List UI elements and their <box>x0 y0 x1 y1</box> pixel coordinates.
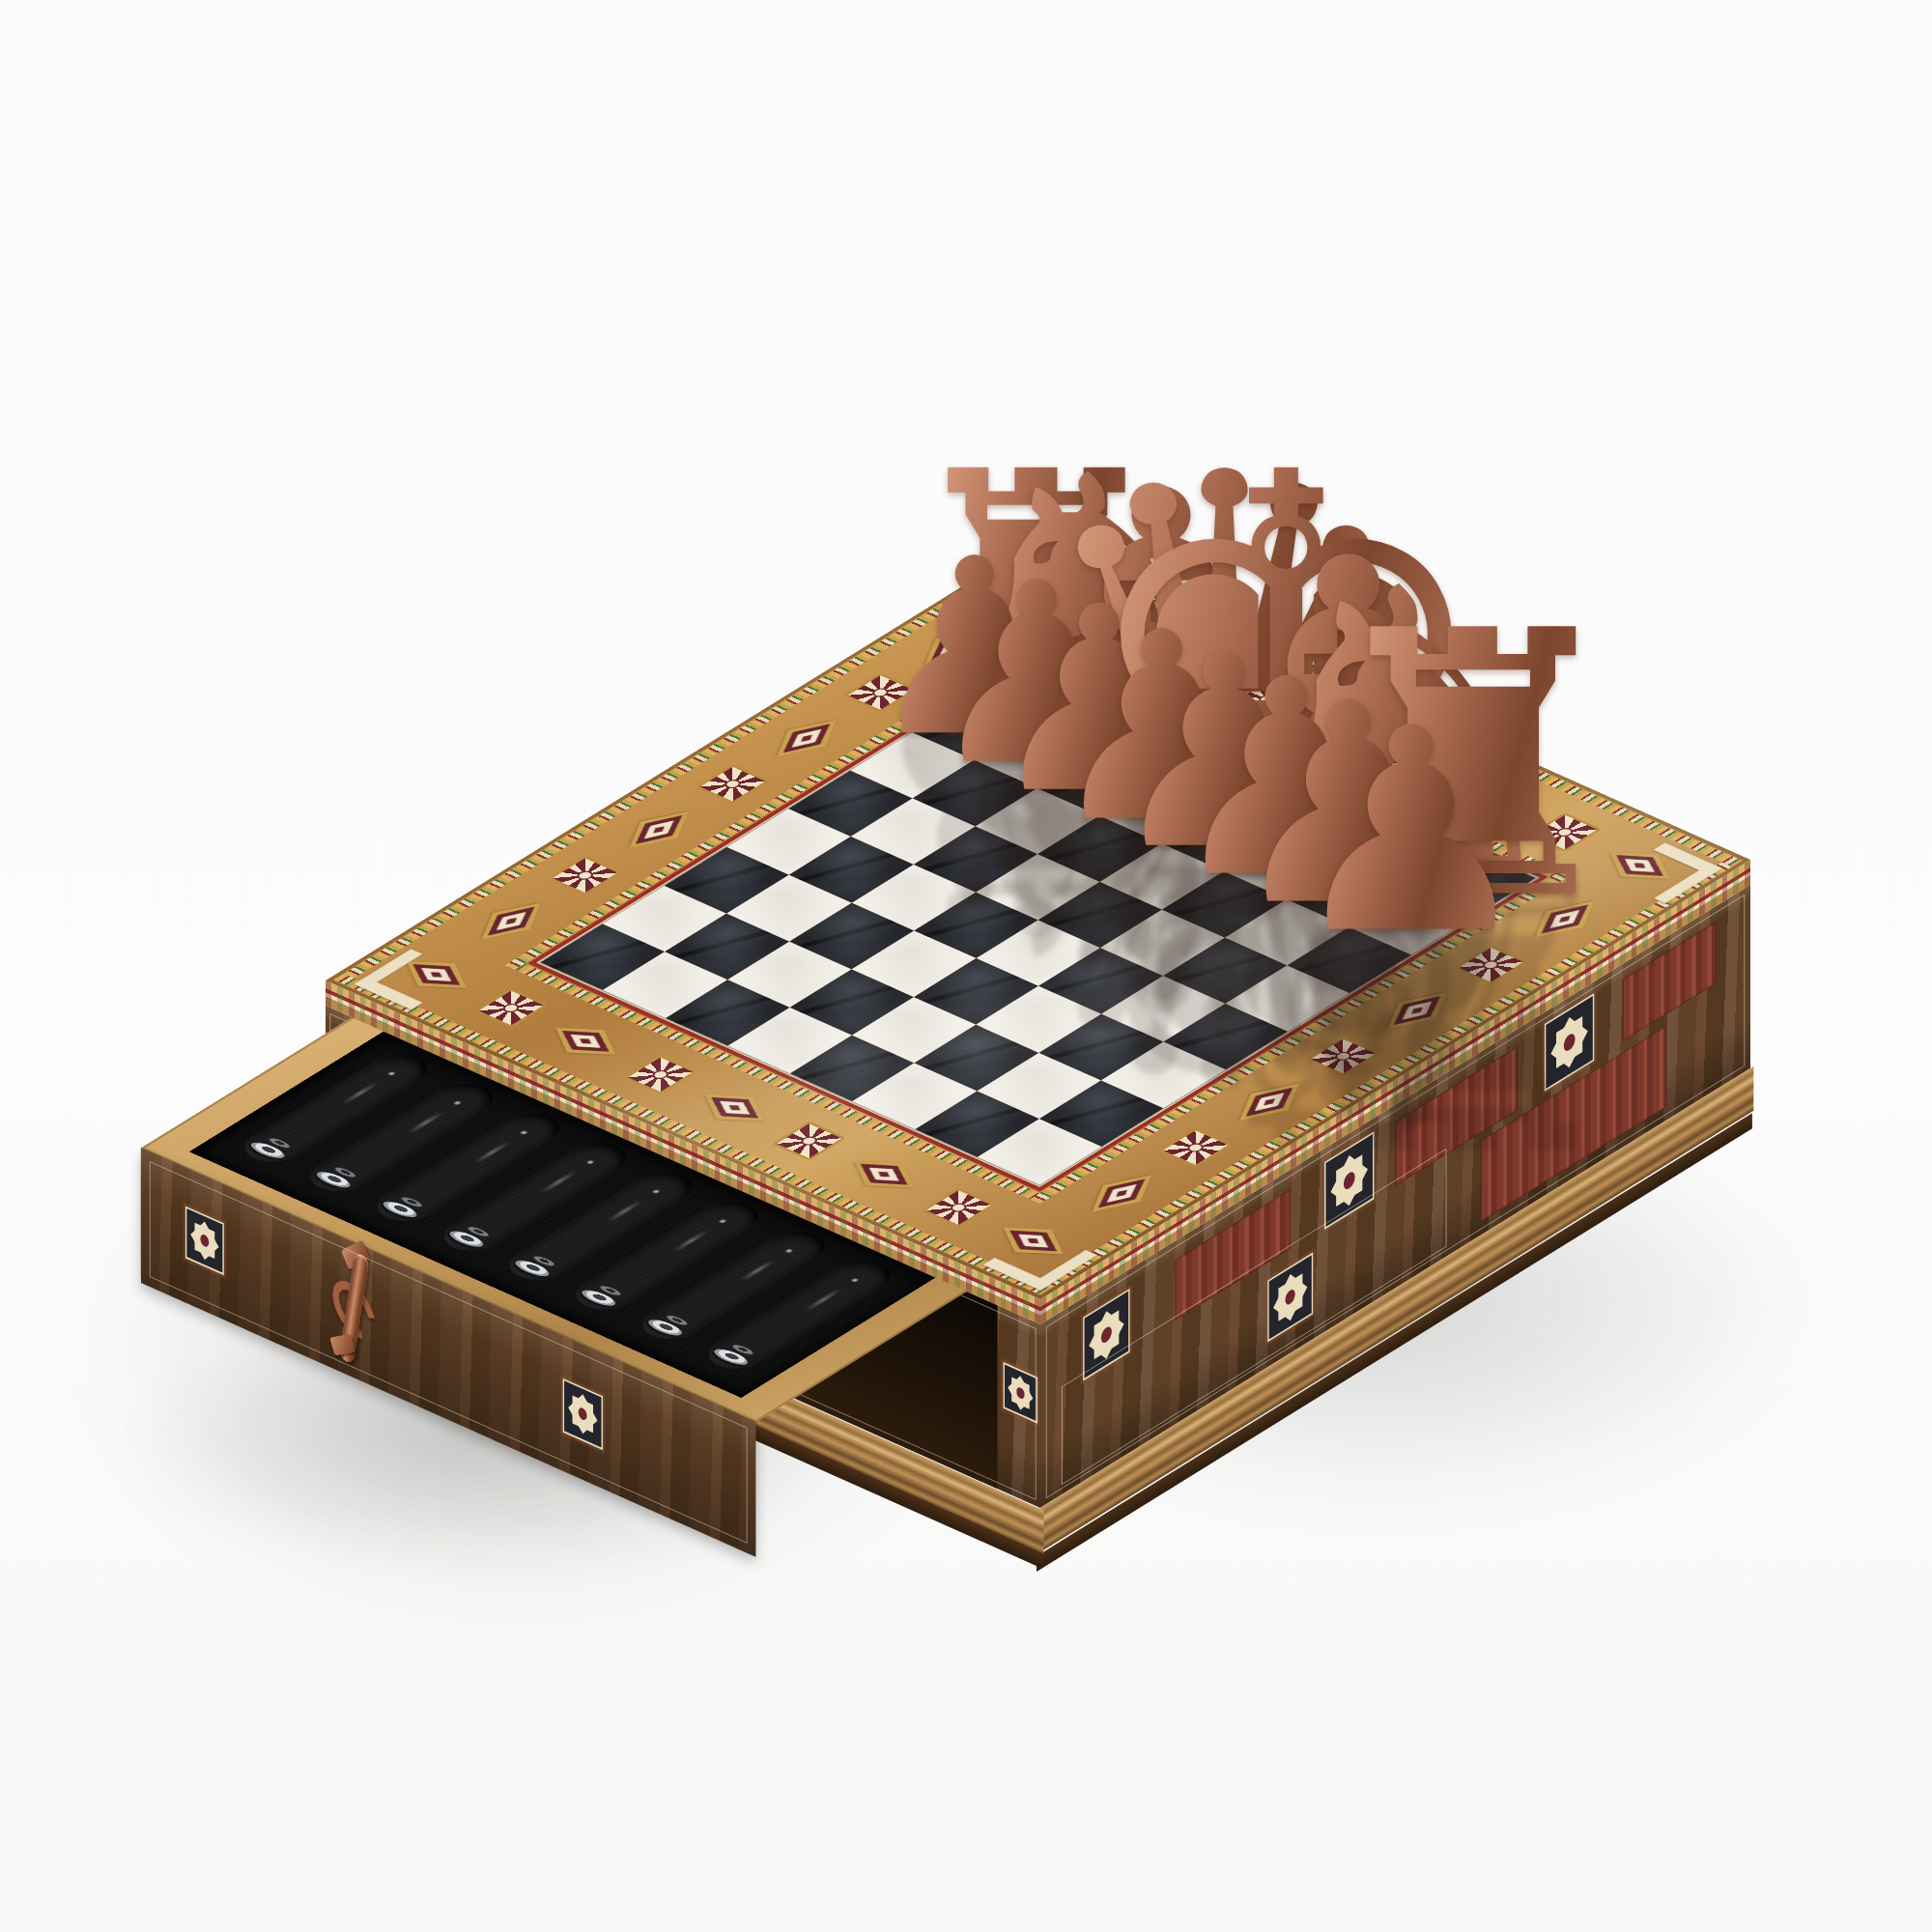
chess-board-box-scene: ♟♟♟♟♟♟♟♟♟♟♟♟♟♟♟♟♜♜♞♞♝♝♛♛♚♚♝♝♞♞♜♜ <box>0 0 1932 1932</box>
piece-glyph-icon: ♟ <box>1285 691 1537 972</box>
